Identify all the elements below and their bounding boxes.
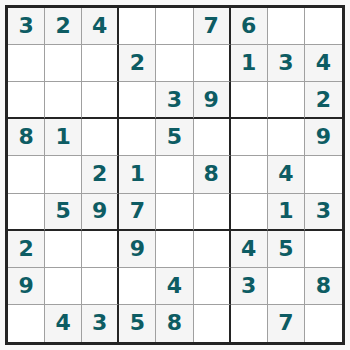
cell-r6c7[interactable]: [231, 194, 268, 231]
cell-r5c8[interactable]: 4: [268, 156, 305, 193]
cell-r7c9[interactable]: [305, 231, 342, 268]
cell-r7c5[interactable]: [156, 231, 193, 268]
cell-r3c2[interactable]: [45, 82, 82, 119]
cell-r4c9[interactable]: 9: [305, 119, 342, 156]
cell-r7c4[interactable]: 9: [119, 231, 156, 268]
cell-r3c8[interactable]: [268, 82, 305, 119]
cell-r1c8[interactable]: [268, 8, 305, 45]
cell-r8c4[interactable]: [119, 268, 156, 305]
cell-r3c4[interactable]: [119, 82, 156, 119]
cell-r8c1[interactable]: 9: [8, 268, 45, 305]
cell-r9c5[interactable]: 8: [156, 305, 193, 342]
cell-r7c2[interactable]: [45, 231, 82, 268]
cell-r6c6[interactable]: [194, 194, 231, 231]
cell-r9c9[interactable]: [305, 305, 342, 342]
cell-r3c7[interactable]: [231, 82, 268, 119]
cell-r5c5[interactable]: [156, 156, 193, 193]
cell-r3c9[interactable]: 2: [305, 82, 342, 119]
cell-r8c9[interactable]: 8: [305, 268, 342, 305]
cell-r3c1[interactable]: [8, 82, 45, 119]
cell-r4c3[interactable]: [82, 119, 119, 156]
sudoku-page: 32476213439281592184597132945943843587: [0, 0, 350, 350]
cell-r5c9[interactable]: [305, 156, 342, 193]
cell-r5c1[interactable]: [8, 156, 45, 193]
cell-r7c3[interactable]: [82, 231, 119, 268]
cell-r1c6[interactable]: 7: [194, 8, 231, 45]
cell-r2c5[interactable]: [156, 45, 193, 82]
cell-r9c1[interactable]: [8, 305, 45, 342]
cell-r6c1[interactable]: [8, 194, 45, 231]
cell-r5c3[interactable]: 2: [82, 156, 119, 193]
cell-r2c6[interactable]: [194, 45, 231, 82]
cell-r9c4[interactable]: 5: [119, 305, 156, 342]
cell-r5c6[interactable]: 8: [194, 156, 231, 193]
cell-r4c6[interactable]: [194, 119, 231, 156]
cell-r1c7[interactable]: 6: [231, 8, 268, 45]
cell-r1c3[interactable]: 4: [82, 8, 119, 45]
cell-r8c8[interactable]: [268, 268, 305, 305]
cell-r1c2[interactable]: 2: [45, 8, 82, 45]
cell-r4c2[interactable]: 1: [45, 119, 82, 156]
cell-r8c6[interactable]: [194, 268, 231, 305]
cell-r1c1[interactable]: 3: [8, 8, 45, 45]
cell-r2c2[interactable]: [45, 45, 82, 82]
cell-r5c2[interactable]: [45, 156, 82, 193]
cell-r4c4[interactable]: [119, 119, 156, 156]
cell-r5c7[interactable]: [231, 156, 268, 193]
cell-r5c4[interactable]: 1: [119, 156, 156, 193]
cell-r4c5[interactable]: 5: [156, 119, 193, 156]
cell-r4c1[interactable]: 8: [8, 119, 45, 156]
cell-r8c5[interactable]: 4: [156, 268, 193, 305]
cell-r1c4[interactable]: [119, 8, 156, 45]
cell-r2c4[interactable]: 2: [119, 45, 156, 82]
cell-r4c7[interactable]: [231, 119, 268, 156]
cell-r2c8[interactable]: 3: [268, 45, 305, 82]
cell-r4c8[interactable]: [268, 119, 305, 156]
cell-r9c3[interactable]: 3: [82, 305, 119, 342]
cell-r7c1[interactable]: 2: [8, 231, 45, 268]
cell-r1c9[interactable]: [305, 8, 342, 45]
cell-r9c6[interactable]: [194, 305, 231, 342]
cell-r9c8[interactable]: 7: [268, 305, 305, 342]
cell-r6c3[interactable]: 9: [82, 194, 119, 231]
cell-r6c5[interactable]: [156, 194, 193, 231]
cell-r7c6[interactable]: [194, 231, 231, 268]
cell-r6c8[interactable]: 1: [268, 194, 305, 231]
cell-r7c7[interactable]: 4: [231, 231, 268, 268]
cell-r7c8[interactable]: 5: [268, 231, 305, 268]
cell-r1c5[interactable]: [156, 8, 193, 45]
cell-r3c5[interactable]: 3: [156, 82, 193, 119]
cell-r6c4[interactable]: 7: [119, 194, 156, 231]
cell-r9c7[interactable]: [231, 305, 268, 342]
cell-r2c1[interactable]: [8, 45, 45, 82]
cell-r3c6[interactable]: 9: [194, 82, 231, 119]
cell-r8c7[interactable]: 3: [231, 268, 268, 305]
cell-r2c9[interactable]: 4: [305, 45, 342, 82]
cell-r8c3[interactable]: [82, 268, 119, 305]
cell-r9c2[interactable]: 4: [45, 305, 82, 342]
cell-r8c2[interactable]: [45, 268, 82, 305]
cell-r2c3[interactable]: [82, 45, 119, 82]
cell-r6c2[interactable]: 5: [45, 194, 82, 231]
cell-r3c3[interactable]: [82, 82, 119, 119]
cell-r6c9[interactable]: 3: [305, 194, 342, 231]
cell-r2c7[interactable]: 1: [231, 45, 268, 82]
sudoku-board: 32476213439281592184597132945943843587: [5, 5, 345, 345]
